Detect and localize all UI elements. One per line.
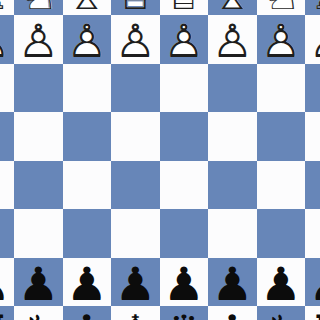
- white-pawn-icon-fill: ♟: [160, 17, 209, 66]
- square-a3[interactable]: [305, 64, 320, 113]
- square-e6[interactable]: [111, 209, 160, 258]
- black-knight-icon: ♞: [14, 308, 63, 320]
- square-d2[interactable]: ♟♙: [160, 15, 209, 64]
- black-pawn-icon: ♟: [63, 260, 112, 309]
- square-g4[interactable]: [14, 112, 63, 161]
- square-b4[interactable]: [257, 112, 306, 161]
- square-b7[interactable]: ♟: [257, 258, 306, 307]
- square-b8[interactable]: ♞: [257, 306, 306, 320]
- square-f3[interactable]: [63, 64, 112, 113]
- square-h7[interactable]: ♟: [0, 258, 14, 307]
- square-d1[interactable]: ♛♕: [160, 0, 209, 15]
- square-b1[interactable]: ♞♘: [257, 0, 306, 15]
- square-c3[interactable]: [208, 64, 257, 113]
- square-g8[interactable]: ♞: [14, 306, 63, 320]
- black-pawn-icon: ♟: [111, 260, 160, 309]
- square-c1[interactable]: ♝♗: [208, 0, 257, 15]
- white-pawn-icon-fill: ♟: [14, 17, 63, 66]
- square-h8[interactable]: ♜: [0, 306, 14, 320]
- white-pawn-icon-fill: ♟: [305, 17, 320, 66]
- white-pawn-icon-fill: ♟: [0, 17, 14, 66]
- square-f1[interactable]: ♝♗: [63, 0, 112, 15]
- square-b3[interactable]: [257, 64, 306, 113]
- black-bishop-icon: ♝: [63, 308, 112, 320]
- square-f6[interactable]: [63, 209, 112, 258]
- black-rook-icon: ♜: [305, 308, 320, 320]
- square-e1[interactable]: ♚♔: [111, 0, 160, 15]
- black-pawn-icon: ♟: [14, 260, 63, 309]
- square-f7[interactable]: ♟: [63, 258, 112, 307]
- white-pawn-icon: ♙: [208, 17, 257, 66]
- black-bishop-icon: ♝: [208, 308, 257, 320]
- white-pawn-icon: ♙: [14, 17, 63, 66]
- white-pawn-icon: ♙: [63, 17, 112, 66]
- white-pawn-icon: ♙: [111, 17, 160, 66]
- square-c6[interactable]: [208, 209, 257, 258]
- square-d6[interactable]: [160, 209, 209, 258]
- square-c2[interactable]: ♟♙: [208, 15, 257, 64]
- square-h4[interactable]: [0, 112, 14, 161]
- square-h1[interactable]: ♜♖: [0, 0, 14, 15]
- black-queen-icon: ♛: [160, 308, 209, 320]
- square-d3[interactable]: [160, 64, 209, 113]
- white-pawn-icon-fill: ♟: [208, 17, 257, 66]
- square-e3[interactable]: [111, 64, 160, 113]
- white-pawn-icon-fill: ♟: [111, 17, 160, 66]
- white-pawn-icon: ♙: [0, 17, 14, 66]
- square-b6[interactable]: [257, 209, 306, 258]
- black-pawn-icon: ♟: [305, 260, 320, 309]
- square-g5[interactable]: [14, 161, 63, 210]
- square-a1[interactable]: ♜♖: [305, 0, 320, 15]
- square-f5[interactable]: [63, 161, 112, 210]
- square-g1[interactable]: ♞♘: [14, 0, 63, 15]
- white-pawn-icon: ♙: [257, 17, 306, 66]
- black-pawn-icon: ♟: [208, 260, 257, 309]
- black-pawn-icon: ♟: [257, 260, 306, 309]
- white-pawn-icon-fill: ♟: [257, 17, 306, 66]
- square-f2[interactable]: ♟♙: [63, 15, 112, 64]
- black-pawn-icon: ♟: [160, 260, 209, 309]
- square-a2[interactable]: ♟♙: [305, 15, 320, 64]
- square-d4[interactable]: [160, 112, 209, 161]
- square-a8[interactable]: ♜: [305, 306, 320, 320]
- square-g6[interactable]: [14, 209, 63, 258]
- white-pawn-icon: ♙: [305, 17, 320, 66]
- square-d5[interactable]: [160, 161, 209, 210]
- white-pawn-icon-fill: ♟: [63, 17, 112, 66]
- square-c7[interactable]: ♟: [208, 258, 257, 307]
- square-h2[interactable]: ♟♙: [0, 15, 14, 64]
- square-e5[interactable]: [111, 161, 160, 210]
- square-f8[interactable]: ♝: [63, 306, 112, 320]
- square-d7[interactable]: ♟: [160, 258, 209, 307]
- chess-board: ♜♖♞♘♝♗♚♔♛♕♝♗♞♘♜♖♟♙♟♙♟♙♟♙♟♙♟♙♟♙♟♙♟♟♟♟♟♟♟♟…: [0, 0, 320, 320]
- square-a4[interactable]: [305, 112, 320, 161]
- square-g7[interactable]: ♟: [14, 258, 63, 307]
- square-h6[interactable]: [0, 209, 14, 258]
- square-f4[interactable]: [63, 112, 112, 161]
- board-viewport: ♜♖♞♘♝♗♚♔♛♕♝♗♞♘♜♖♟♙♟♙♟♙♟♙♟♙♟♙♟♙♟♙♟♟♟♟♟♟♟♟…: [0, 0, 320, 320]
- square-h5[interactable]: [0, 161, 14, 210]
- square-c4[interactable]: [208, 112, 257, 161]
- square-c8[interactable]: ♝: [208, 306, 257, 320]
- black-knight-icon: ♞: [257, 308, 306, 320]
- square-e8[interactable]: ♚: [111, 306, 160, 320]
- square-a7[interactable]: ♟: [305, 258, 320, 307]
- black-pawn-icon: ♟: [0, 260, 14, 309]
- square-e4[interactable]: [111, 112, 160, 161]
- square-e2[interactable]: ♟♙: [111, 15, 160, 64]
- square-h3[interactable]: [0, 64, 14, 113]
- square-g2[interactable]: ♟♙: [14, 15, 63, 64]
- square-a5[interactable]: [305, 161, 320, 210]
- square-e7[interactable]: ♟: [111, 258, 160, 307]
- square-a6[interactable]: [305, 209, 320, 258]
- square-c5[interactable]: [208, 161, 257, 210]
- square-d8[interactable]: ♛: [160, 306, 209, 320]
- black-king-icon: ♚: [111, 308, 160, 320]
- white-pawn-icon: ♙: [160, 17, 209, 66]
- square-b2[interactable]: ♟♙: [257, 15, 306, 64]
- square-b5[interactable]: [257, 161, 306, 210]
- black-rook-icon: ♜: [0, 308, 14, 320]
- square-g3[interactable]: [14, 64, 63, 113]
